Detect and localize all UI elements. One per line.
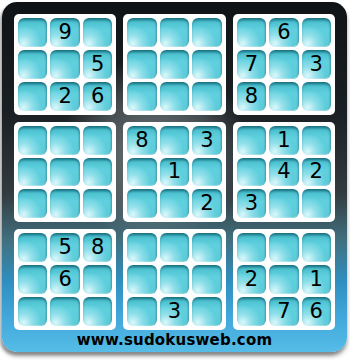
cell-r5c4[interactable] — [127, 158, 156, 187]
cell-r4c8[interactable]: 1 — [269, 126, 298, 155]
cell-r4c6[interactable]: 3 — [192, 126, 221, 155]
cell-r1c3[interactable] — [83, 18, 112, 47]
cell-r8c2[interactable]: 6 — [50, 265, 79, 294]
cell-r8c8[interactable] — [269, 265, 298, 294]
cell-r1c4[interactable] — [127, 18, 156, 47]
cell-r4c4[interactable]: 8 — [127, 126, 156, 155]
cell-r4c9[interactable] — [302, 126, 331, 155]
board-grid: 952667388312142358632176 — [14, 14, 335, 330]
cell-r2c7[interactable]: 7 — [237, 50, 266, 79]
cell-r8c3[interactable] — [83, 265, 112, 294]
box-2-1 — [14, 122, 116, 223]
cell-r9c1[interactable] — [18, 297, 47, 326]
cell-r2c5[interactable] — [160, 50, 189, 79]
cell-r7c7[interactable] — [237, 233, 266, 262]
cell-r7c6[interactable] — [192, 233, 221, 262]
cell-r2c4[interactable] — [127, 50, 156, 79]
cell-r4c2[interactable] — [50, 126, 79, 155]
box-3-1: 586 — [14, 229, 116, 330]
cell-r5c2[interactable] — [50, 158, 79, 187]
box-1-3: 6738 — [233, 14, 335, 115]
cell-r3c4[interactable] — [127, 82, 156, 111]
cell-r9c5[interactable]: 3 — [160, 297, 189, 326]
cell-r9c3[interactable] — [83, 297, 112, 326]
cell-r7c9[interactable] — [302, 233, 331, 262]
box-2-3: 1423 — [233, 122, 335, 223]
cell-r6c3[interactable] — [83, 189, 112, 218]
cell-r7c3[interactable]: 8 — [83, 233, 112, 262]
cell-r1c2[interactable]: 9 — [50, 18, 79, 47]
cell-r2c3[interactable]: 5 — [83, 50, 112, 79]
cell-r4c3[interactable] — [83, 126, 112, 155]
cell-r3c8[interactable] — [269, 82, 298, 111]
cell-r5c5[interactable]: 1 — [160, 158, 189, 187]
cell-r8c6[interactable] — [192, 265, 221, 294]
cell-r8c4[interactable] — [127, 265, 156, 294]
cell-r2c2[interactable] — [50, 50, 79, 79]
cell-r6c6[interactable]: 2 — [192, 189, 221, 218]
cell-r6c4[interactable] — [127, 189, 156, 218]
cell-r7c2[interactable]: 5 — [50, 233, 79, 262]
cell-r5c1[interactable] — [18, 158, 47, 187]
cell-r6c9[interactable] — [302, 189, 331, 218]
box-3-2: 3 — [123, 229, 225, 330]
sudoku-board: 952667388312142358632176 www.sudokusweb.… — [2, 2, 347, 352]
cell-r5c9[interactable]: 2 — [302, 158, 331, 187]
cell-r9c4[interactable] — [127, 297, 156, 326]
box-2-2: 8312 — [123, 122, 225, 223]
cell-r5c7[interactable] — [237, 158, 266, 187]
cell-r4c5[interactable] — [160, 126, 189, 155]
cell-r8c7[interactable]: 2 — [237, 265, 266, 294]
cell-r7c4[interactable] — [127, 233, 156, 262]
box-3-3: 2176 — [233, 229, 335, 330]
cell-r5c6[interactable] — [192, 158, 221, 187]
cell-r8c9[interactable]: 1 — [302, 265, 331, 294]
cell-r5c3[interactable] — [83, 158, 112, 187]
box-1-2 — [123, 14, 225, 115]
cell-r3c2[interactable]: 2 — [50, 82, 79, 111]
cell-r2c1[interactable] — [18, 50, 47, 79]
cell-r1c8[interactable]: 6 — [269, 18, 298, 47]
cell-r3c1[interactable] — [18, 82, 47, 111]
cell-r7c5[interactable] — [160, 233, 189, 262]
cell-r9c7[interactable] — [237, 297, 266, 326]
cell-r2c9[interactable]: 3 — [302, 50, 331, 79]
cell-r4c7[interactable] — [237, 126, 266, 155]
cell-r6c7[interactable]: 3 — [237, 189, 266, 218]
cell-r4c1[interactable] — [18, 126, 47, 155]
cell-r8c5[interactable] — [160, 265, 189, 294]
cell-r2c6[interactable] — [192, 50, 221, 79]
cell-r7c8[interactable] — [269, 233, 298, 262]
cell-r9c9[interactable]: 6 — [302, 297, 331, 326]
cell-r1c5[interactable] — [160, 18, 189, 47]
cell-r3c6[interactable] — [192, 82, 221, 111]
cell-r9c2[interactable] — [50, 297, 79, 326]
cell-r7c1[interactable] — [18, 233, 47, 262]
website-url: www.sudokusweb.com — [77, 331, 272, 349]
footer-banner: www.sudokusweb.com — [2, 328, 347, 352]
cell-r3c9[interactable] — [302, 82, 331, 111]
cell-r8c1[interactable] — [18, 265, 47, 294]
cell-r9c6[interactable] — [192, 297, 221, 326]
cell-r1c6[interactable] — [192, 18, 221, 47]
cell-r3c3[interactable]: 6 — [83, 82, 112, 111]
cell-r5c8[interactable]: 4 — [269, 158, 298, 187]
cell-r1c9[interactable] — [302, 18, 331, 47]
cell-r6c8[interactable] — [269, 189, 298, 218]
box-1-1: 9526 — [14, 14, 116, 115]
page: 952667388312142358632176 www.sudokusweb.… — [0, 0, 350, 360]
cell-r6c5[interactable] — [160, 189, 189, 218]
cell-r3c7[interactable]: 8 — [237, 82, 266, 111]
cell-r1c1[interactable] — [18, 18, 47, 47]
cell-r2c8[interactable] — [269, 50, 298, 79]
cell-r1c7[interactable] — [237, 18, 266, 47]
cell-r9c8[interactable]: 7 — [269, 297, 298, 326]
cell-r6c1[interactable] — [18, 189, 47, 218]
cell-r3c5[interactable] — [160, 82, 189, 111]
cell-r6c2[interactable] — [50, 189, 79, 218]
